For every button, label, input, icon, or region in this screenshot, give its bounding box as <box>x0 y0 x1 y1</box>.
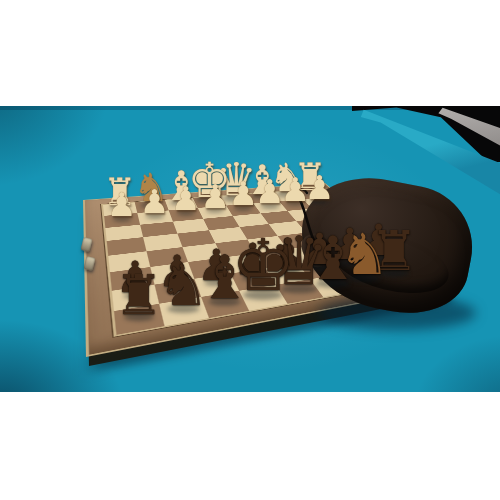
photo-margin-top <box>0 0 500 106</box>
photo-stage: ♜♞♝♛♚♟♝♟♞♟♜♟♟♟♟♟♟♟♟♟♜♟♞♟♝♟♛♟♚♝♞♜ <box>0 0 500 500</box>
drawstring-cord <box>286 182 346 262</box>
photo-margin-bottom <box>0 392 500 500</box>
